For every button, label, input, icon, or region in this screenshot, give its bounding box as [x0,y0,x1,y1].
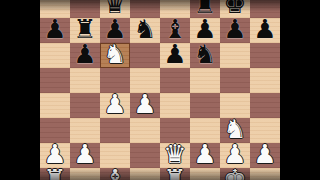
square-c3[interactable] [100,118,130,143]
white-rook-icon: ♜ [43,167,66,180]
square-h7[interactable]: ♟ [250,18,280,43]
square-b4[interactable] [70,93,100,118]
square-d1[interactable] [130,168,160,180]
white-pawn-icon: ♟ [253,142,276,167]
white-knight-icon: ♞ [103,42,126,67]
square-f5[interactable] [190,68,220,93]
black-pawn-icon: ♟ [43,17,66,42]
square-a7[interactable]: ♟ [40,18,70,43]
black-pawn-icon: ♟ [73,42,96,67]
square-d3[interactable] [130,118,160,143]
square-e5[interactable] [160,68,190,93]
square-a1[interactable]: ♜ [40,168,70,180]
square-h6[interactable] [250,43,280,68]
letterbox-right [280,0,320,180]
square-g5[interactable] [220,68,250,93]
square-e1[interactable]: ♜ [160,168,190,180]
square-e4[interactable] [160,93,190,118]
white-pawn-icon: ♟ [103,92,126,117]
square-a6[interactable] [40,43,70,68]
square-g1[interactable]: ♚ [220,168,250,180]
square-b5[interactable] [70,68,100,93]
black-pawn-icon: ♟ [163,42,186,67]
square-d6[interactable] [130,43,160,68]
square-b1[interactable] [70,168,100,180]
square-f4[interactable] [190,93,220,118]
square-c1[interactable]: ♝ [100,168,130,180]
square-a5[interactable] [40,68,70,93]
square-d2[interactable] [130,143,160,168]
video-frame: ♛♜♚♟♜♟♞♝♟♟♟♟♞♟♞♟♟♞♟♟♛♟♟♟♜♝♜♚ [0,0,320,180]
square-h4[interactable] [250,93,280,118]
black-knight-icon: ♞ [133,17,156,42]
white-bishop-icon: ♝ [103,167,126,180]
square-h2[interactable]: ♟ [250,143,280,168]
square-g6[interactable] [220,43,250,68]
black-pawn-icon: ♟ [253,17,276,42]
letterbox-left [0,0,40,180]
square-d7[interactable]: ♞ [130,18,160,43]
square-h1[interactable] [250,168,280,180]
square-f2[interactable]: ♟ [190,143,220,168]
square-d4[interactable]: ♟ [130,93,160,118]
square-f1[interactable] [190,168,220,180]
black-pawn-icon: ♟ [223,17,246,42]
square-f6[interactable]: ♞ [190,43,220,68]
white-pawn-icon: ♟ [133,92,156,117]
white-king-icon: ♚ [223,167,246,180]
white-pawn-icon: ♟ [193,142,216,167]
white-rook-icon: ♜ [163,167,186,180]
white-pawn-icon: ♟ [73,142,96,167]
black-knight-icon: ♞ [193,42,216,67]
chess-board: ♛♜♚♟♜♟♞♝♟♟♟♟♞♟♞♟♟♞♟♟♛♟♟♟♜♝♜♚ [40,0,280,180]
square-c6[interactable]: ♞ [100,43,130,68]
square-b2[interactable]: ♟ [70,143,100,168]
square-c4[interactable]: ♟ [100,93,130,118]
square-a4[interactable] [40,93,70,118]
square-b6[interactable]: ♟ [70,43,100,68]
square-e6[interactable]: ♟ [160,43,190,68]
square-g7[interactable]: ♟ [220,18,250,43]
square-h5[interactable] [250,68,280,93]
